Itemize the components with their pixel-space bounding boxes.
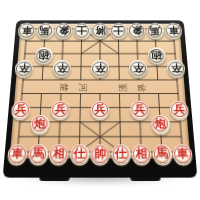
piece-glyph: 砲 [151,50,162,60]
piece-glyph: 兵 [94,103,105,114]
piece-glyph: 炮 [154,118,166,129]
piece-black-卒[interactable]: 卒 [14,60,33,77]
piece-black-砲[interactable]: 砲 [34,47,52,63]
piece-black-卒[interactable]: 卒 [167,60,186,77]
piece-red-車[interactable]: 車 [172,144,193,164]
piece-black-車[interactable]: 車 [164,23,182,39]
piece-black-馬[interactable]: 馬 [36,23,54,39]
piece-glyph: 車 [168,25,179,34]
piece-red-兵[interactable]: 兵 [91,100,109,118]
piece-red-兵[interactable]: 兵 [11,100,31,118]
piece-glyph: 兵 [15,103,27,114]
piece-glyph: 象 [131,25,142,34]
piece-glyph: 卒 [170,63,182,73]
piece-glyph: 仕 [115,147,127,159]
piece-black-象[interactable]: 象 [128,23,145,39]
piece-glyph: 馬 [32,147,44,159]
piece-black-卒[interactable]: 卒 [91,60,109,77]
piece-glyph: 炮 [34,118,46,129]
piece-glyph: 象 [58,25,69,34]
piece-red-馬[interactable]: 馬 [152,144,172,164]
xiangqi-set-photo: 楚 河 漢 界 車馬象士將士象馬車砲砲卒卒卒卒卒兵兵兵兵兵炮炮車馬相仕帥仕相馬車 [0,0,200,200]
piece-glyph: 卒 [56,63,67,73]
piece-glyph: 兵 [55,103,67,114]
piece-glyph: 兵 [134,103,146,114]
piece-black-砲[interactable]: 砲 [147,47,165,63]
piece-glyph: 相 [135,147,147,159]
piece-glyph: 卒 [18,63,30,73]
board-perspective-wrap: 楚 河 漢 界 車馬象士將士象馬車砲砲卒卒卒卒卒兵兵兵兵兵炮炮車馬相仕帥仕相馬車 [3,20,198,177]
piece-red-仕[interactable]: 仕 [111,144,130,164]
piece-red-仕[interactable]: 仕 [70,144,89,164]
piece-red-帥[interactable]: 帥 [90,144,109,164]
piece-black-象[interactable]: 象 [55,23,72,39]
piece-glyph: 卒 [133,63,144,73]
piece-glyph: 車 [21,25,32,34]
piece-glyph: 馬 [150,25,161,34]
piece-black-卒[interactable]: 卒 [129,60,147,77]
piece-black-士[interactable]: 士 [110,23,127,39]
piece-black-卒[interactable]: 卒 [53,60,71,77]
piece-glyph: 仕 [73,147,85,159]
piece-glyph: 相 [53,147,65,159]
piece-black-將[interactable]: 將 [91,23,108,39]
piece-red-炮[interactable]: 炮 [151,115,171,134]
piece-glyph: 將 [95,25,105,34]
piece-red-馬[interactable]: 馬 [28,144,48,164]
piece-glyph: 兵 [173,103,185,114]
piece-red-相[interactable]: 相 [131,144,151,164]
piece-glyph: 馬 [156,147,168,159]
piece-black-車[interactable]: 車 [18,23,36,39]
piece-glyph: 帥 [94,147,106,159]
piece-glyph: 砲 [38,50,49,60]
piece-glyph: 車 [176,147,189,159]
piece-layer: 車馬象士將士象馬車砲砲卒卒卒卒卒兵兵兵兵兵炮炮車馬相仕帥仕相馬車 [7,23,194,160]
piece-black-士[interactable]: 士 [73,23,90,39]
piece-glyph: 士 [113,25,124,34]
piece-red-兵[interactable]: 兵 [130,100,149,118]
piece-glyph: 士 [76,25,87,34]
piece-red-兵[interactable]: 兵 [169,100,189,118]
piece-glyph: 卒 [95,63,106,73]
piece-red-炮[interactable]: 炮 [30,115,50,134]
piece-glyph: 車 [11,147,24,159]
piece-black-馬[interactable]: 馬 [146,23,164,39]
board-surface[interactable]: 楚 河 漢 界 車馬象士將士象馬車砲砲卒卒卒卒卒兵兵兵兵兵炮炮車馬相仕帥仕相馬車 [10,24,191,159]
piece-glyph: 馬 [40,25,51,34]
piece-red-兵[interactable]: 兵 [51,100,70,118]
